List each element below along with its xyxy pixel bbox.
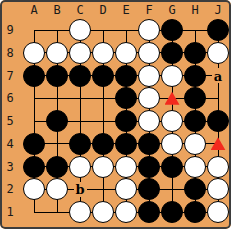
black-stone-B5[interactable]: [46, 110, 68, 132]
white-stone-E1[interactable]: [115, 201, 137, 223]
row-label-3: 3: [6, 161, 13, 173]
black-stone-H8[interactable]: [184, 42, 206, 64]
white-stone-E3[interactable]: [115, 156, 137, 178]
black-stone-G9[interactable]: [161, 19, 183, 41]
column-label-J: J: [214, 4, 221, 16]
row-label-6: 6: [6, 92, 13, 104]
black-stone-H1[interactable]: [184, 201, 206, 223]
black-stone-D4[interactable]: [92, 133, 114, 155]
column-label-F: F: [145, 4, 152, 16]
black-stone-G1[interactable]: [161, 201, 183, 223]
column-label-A: A: [30, 4, 37, 16]
row-label-7: 7: [6, 70, 13, 82]
black-stone-A4[interactable]: [23, 133, 45, 155]
white-stone-H4[interactable]: [184, 133, 206, 155]
white-stone-C8[interactable]: [69, 42, 91, 64]
point-label-a[interactable]: a: [214, 69, 222, 82]
black-stone-G8[interactable]: [161, 42, 183, 64]
black-stone-C7[interactable]: [69, 65, 91, 87]
black-stone-D7[interactable]: [92, 65, 114, 87]
column-label-G: G: [168, 4, 175, 16]
white-stone-C1[interactable]: [69, 201, 91, 223]
row-label-1: 1: [6, 206, 13, 218]
white-stone-D8[interactable]: [92, 42, 114, 64]
row-label-5: 5: [6, 115, 13, 127]
white-stone-F8[interactable]: [138, 42, 160, 64]
white-stone-E8[interactable]: [115, 42, 137, 64]
white-stone-H3[interactable]: [184, 156, 206, 178]
go-board: ABCDEFGHJ 987654321 ab: [0, 0, 231, 229]
black-stone-B7[interactable]: [46, 65, 68, 87]
white-stone-G7[interactable]: [161, 65, 183, 87]
column-label-B: B: [53, 4, 60, 16]
white-stone-A8[interactable]: [23, 42, 45, 64]
black-stone-H5[interactable]: [184, 110, 206, 132]
black-stone-F1[interactable]: [138, 201, 160, 223]
white-stone-F5[interactable]: [138, 110, 160, 132]
row-label-8: 8: [6, 47, 13, 59]
white-stone-J1[interactable]: [207, 201, 229, 223]
black-stone-G3[interactable]: [161, 156, 183, 178]
white-stone-B8[interactable]: [46, 42, 68, 64]
row-label-4: 4: [6, 138, 13, 150]
white-stone-D3[interactable]: [92, 156, 114, 178]
black-stone-C4[interactable]: [69, 133, 91, 155]
white-stone-J8[interactable]: [207, 42, 229, 64]
black-stone-F3[interactable]: [138, 156, 160, 178]
black-stone-F4[interactable]: [138, 133, 160, 155]
white-stone-C3[interactable]: [69, 156, 91, 178]
black-stone-J9[interactable]: [207, 19, 229, 41]
column-label-D: D: [99, 4, 106, 16]
row-label-9: 9: [6, 24, 13, 36]
white-stone-J3[interactable]: [207, 156, 229, 178]
point-label-b[interactable]: b: [75, 183, 84, 196]
row-label-2: 2: [6, 183, 13, 195]
column-label-H: H: [191, 4, 198, 16]
white-stone-C9[interactable]: [69, 19, 91, 41]
black-stone-E7[interactable]: [115, 65, 137, 87]
black-stone-J5[interactable]: [207, 110, 229, 132]
white-stone-D1[interactable]: [92, 201, 114, 223]
white-stone-F9[interactable]: [138, 19, 160, 41]
black-stone-E4[interactable]: [115, 133, 137, 155]
white-stone-F7[interactable]: [138, 65, 160, 87]
black-stone-E5[interactable]: [115, 110, 137, 132]
white-stone-G4[interactable]: [161, 133, 183, 155]
white-stone-G5[interactable]: [161, 110, 183, 132]
column-label-E: E: [122, 4, 129, 16]
black-stone-B3[interactable]: [46, 156, 68, 178]
black-stone-H7[interactable]: [184, 65, 206, 87]
black-stone-A7[interactable]: [23, 65, 45, 87]
black-stone-A3[interactable]: [23, 156, 45, 178]
column-label-C: C: [76, 4, 83, 16]
